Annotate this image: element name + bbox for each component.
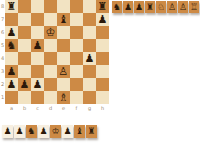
right-tray-tile-5[interactable]: ♘ [156,1,166,13]
chess-piece-bR-a8[interactable]: ♜ [5,0,18,13]
tray-piece-wP[interactable]: ♙ [167,1,177,13]
bottom-tray-tile-1[interactable]: ♟ [2,125,13,138]
right-tray-tile-6[interactable]: ♙ [167,1,177,13]
chess-piece-bB-e7[interactable]: ♝ [57,13,70,26]
board-square-a5[interactable]: ♞ [5,39,18,52]
board-square-d1[interactable] [44,91,57,104]
board-square-e2[interactable] [57,78,70,91]
chess-piece-bP-a6[interactable]: ♟ [5,26,18,39]
tray-piece-bB[interactable]: ♝ [74,125,85,138]
board-square-b4[interactable] [18,52,31,65]
bottom-tray-tile-3[interactable]: ♞ [26,125,37,138]
right-tray-tile-3[interactable]: ♟ [134,1,144,13]
board-square-e6[interactable] [57,26,70,39]
tray-piece-wN[interactable]: ♘ [156,1,166,13]
chess-piece-wP-e3[interactable]: ♙ [57,65,70,78]
board-square-d3[interactable] [44,65,57,78]
board-square-g8[interactable] [83,0,96,13]
board-square-d6[interactable]: ♔ [44,26,57,39]
board-square-g4[interactable]: ♟ [83,52,96,65]
tray-piece-bP[interactable]: ♟ [62,125,73,138]
board-square-b7[interactable] [18,13,31,26]
chess-piece-bP-c5[interactable]: ♟ [31,39,44,52]
chess-piece-bP-h7[interactable]: ♟ [96,13,109,26]
board-square-h4[interactable] [96,52,109,65]
board-square-g2[interactable] [83,78,96,91]
chess-piece-bP-a3[interactable]: ♟ [5,65,18,78]
bottom-tray-tile-5[interactable]: ♔ [50,125,61,138]
bottom-tray-tile-7[interactable]: ♝ [74,125,85,138]
board-square-b3[interactable] [18,65,31,78]
board-square-e7[interactable]: ♝ [57,13,70,26]
board-square-g7[interactable] [83,13,96,26]
board-square-c2[interactable]: ♟ [31,78,44,91]
board-square-b6[interactable] [18,26,31,39]
tray-piece-bN[interactable]: ♞ [112,1,122,13]
board-square-g1[interactable] [83,91,96,104]
board-square-h2[interactable] [96,78,109,91]
file-label-h: h [96,104,109,113]
chess-piece-wB-e1[interactable]: ♗ [57,91,70,104]
tray-piece-bP[interactable]: ♟ [123,1,133,13]
board-square-a6[interactable]: ♟ [5,26,18,39]
tray-piece-wR[interactable]: ♖ [189,1,199,13]
board-square-f4[interactable] [70,52,83,65]
board-square-e3[interactable]: ♙ [57,65,70,78]
board-square-f7[interactable] [70,13,83,26]
board-square-e5[interactable] [57,39,70,52]
tray-piece-bN[interactable]: ♞ [26,125,37,138]
right-tray-tile-8[interactable]: ♖ [189,1,199,13]
board-square-c5[interactable]: ♟ [31,39,44,52]
tray-piece-bP[interactable]: ♟ [38,125,49,138]
board-square-f1[interactable] [70,91,83,104]
board-square-b8[interactable] [18,0,31,13]
chess-piece-bN-a5[interactable]: ♞ [5,39,18,52]
board-square-b2[interactable]: ♟ [18,78,31,91]
board-square-e4[interactable] [57,52,70,65]
file-label-e: e [57,104,70,113]
tray-piece-bR[interactable]: ♜ [86,125,97,138]
board-square-c8[interactable] [31,0,44,13]
right-tray-tile-2[interactable]: ♟ [123,1,133,13]
chess-piece-bR-h8[interactable]: ♜ [96,0,109,13]
chess-board: ♜♜♝♟♟♔♞♟♟♟♙♟♟♟♗ [5,0,109,104]
board-square-h5[interactable] [96,39,109,52]
board-square-d8[interactable] [44,0,57,13]
board-square-d2[interactable] [44,78,57,91]
board-square-a4[interactable] [5,52,18,65]
board-square-a7[interactable] [5,13,18,26]
right-tray-tile-4[interactable]: ♜ [145,1,155,13]
board-square-f6[interactable] [70,26,83,39]
board-square-e8[interactable] [57,0,70,13]
tray-piece-bP[interactable]: ♟ [14,125,25,138]
file-label-a: a [5,104,18,113]
board-square-e1[interactable]: ♗ [57,91,70,104]
file-label-g: g [83,104,96,113]
board-square-g6[interactable] [83,26,96,39]
board-square-c1[interactable] [31,91,44,104]
right-tray-tile-1[interactable]: ♞ [112,1,122,13]
spare-piece-tray-bottom: ♟♟♞♟♔♟♝♜ [2,125,97,138]
board-square-h8[interactable]: ♜ [96,0,109,13]
board-square-c6[interactable] [31,26,44,39]
file-labels: abcdefgh [5,104,109,113]
right-tray-tile-7[interactable]: ♙ [178,1,188,13]
tray-piece-bR[interactable]: ♜ [145,1,155,13]
board-square-f5[interactable] [70,39,83,52]
board-square-a2[interactable]: ♟ [5,78,18,91]
board-square-g3[interactable] [83,65,96,78]
board-square-c4[interactable] [31,52,44,65]
file-label-f: f [70,104,83,113]
tray-piece-wK[interactable]: ♔ [50,125,61,138]
board-square-h7[interactable]: ♟ [96,13,109,26]
board-square-d7[interactable] [44,13,57,26]
file-label-d: d [44,104,57,113]
board-square-g5[interactable] [83,39,96,52]
chess-piece-wK-d6[interactable]: ♔ [44,26,57,39]
board-square-f8[interactable] [70,0,83,13]
board-square-h1[interactable] [96,91,109,104]
spare-piece-tray-right: ♞♟♟♜♘♙♙♖ [112,1,199,13]
tray-piece-bP[interactable]: ♟ [2,125,13,138]
chess-piece-bP-g4[interactable]: ♟ [83,52,96,65]
board-square-h3[interactable] [96,65,109,78]
bottom-tray-tile-4[interactable]: ♟ [38,125,49,138]
tray-piece-wP[interactable]: ♙ [178,1,188,13]
chess-piece-bP-c2[interactable]: ♟ [31,78,44,91]
board-square-a1[interactable] [5,91,18,104]
chess-editor-screen: 87654321 ♜♜♝♟♟♔♞♟♟♟♙♟♟♟♗ abcdefgh ♞♟♟♜♘♙… [0,0,200,150]
tray-piece-bP[interactable]: ♟ [134,1,144,13]
chess-piece-bP-a2[interactable]: ♟ [5,78,18,91]
board-square-f3[interactable] [70,65,83,78]
bottom-tray-tile-8[interactable]: ♜ [86,125,97,138]
board-square-c7[interactable] [31,13,44,26]
board-square-h6[interactable] [96,26,109,39]
board-square-d5[interactable] [44,39,57,52]
board-square-d4[interactable] [44,52,57,65]
board-square-a8[interactable]: ♜ [5,0,18,13]
board-square-c3[interactable] [31,65,44,78]
board-square-f2[interactable] [70,78,83,91]
file-label-b: b [18,104,31,113]
bottom-tray-tile-2[interactable]: ♟ [14,125,25,138]
board-square-b1[interactable] [18,91,31,104]
chess-piece-bP-b2[interactable]: ♟ [18,78,31,91]
board-square-b5[interactable] [18,39,31,52]
board-square-a3[interactable]: ♟ [5,65,18,78]
file-label-c: c [31,104,44,113]
bottom-tray-tile-6[interactable]: ♟ [62,125,73,138]
